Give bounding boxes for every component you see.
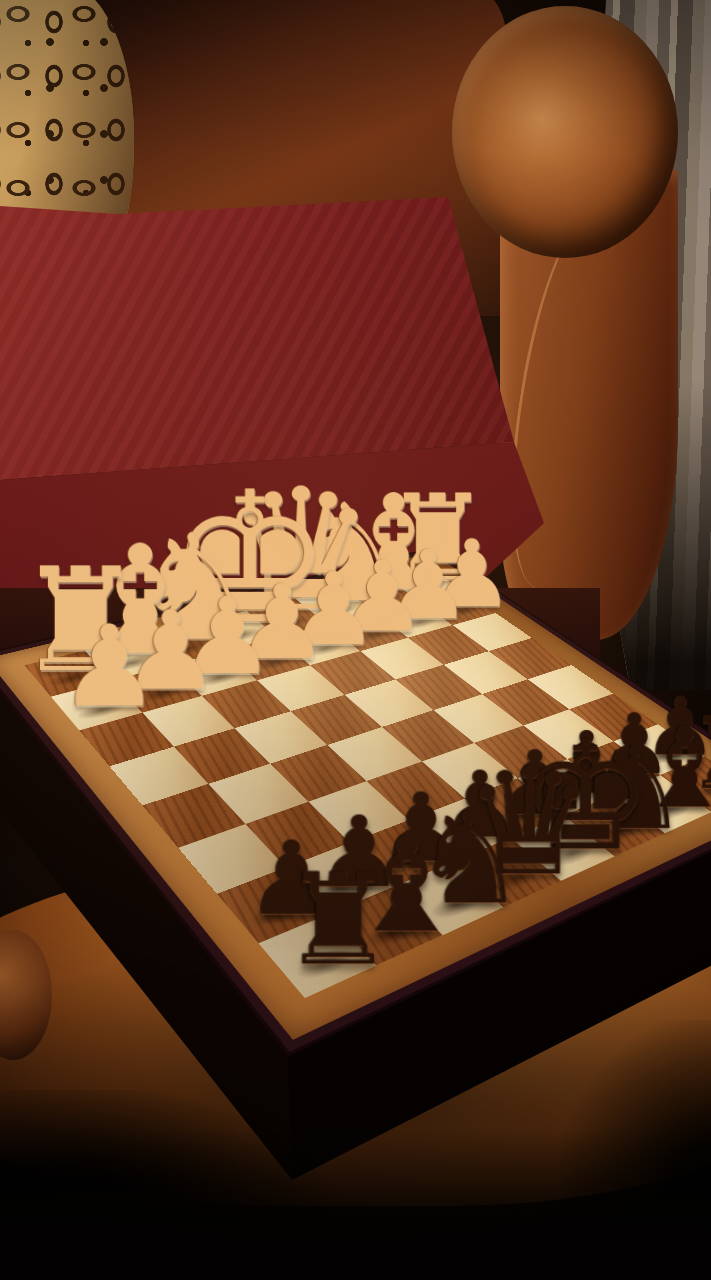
board-grid: ♜♝♞♚♛♞♝♜♟♟♟♟♟♟♟♟♟♟♟♟♟♟♟♟♜♝♞♛♚♞♝♜ — [24, 566, 711, 998]
chessboard-plane: ♜♝♞♚♛♞♝♜♟♟♟♟♟♟♟♟♟♟♟♟♟♟♟♟♜♝♞♛♚♞♝♜ — [0, 549, 711, 1052]
white-pawn-a2[interactable]: ♟ — [59, 616, 160, 719]
shadow-bottom — [0, 1128, 711, 1280]
scene-photo: ♜♝♞♚♛♞♝♜♟♟♟♟♟♟♟♟♟♟♟♟♟♟♟♟♜♝♞♛♚♞♝♜ — [0, 0, 711, 1280]
black-rook-a8[interactable]: ♜ — [282, 862, 395, 978]
